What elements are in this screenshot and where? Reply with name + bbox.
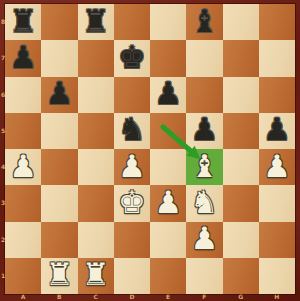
file-label-d: D (127, 294, 137, 300)
square-b5[interactable] (41, 113, 77, 149)
file-label-b: B (54, 294, 64, 300)
square-c8[interactable]: ♜ (78, 4, 114, 40)
square-g5[interactable] (223, 113, 259, 149)
square-c3[interactable] (78, 185, 114, 221)
square-b3[interactable] (41, 185, 77, 221)
square-h7[interactable] (259, 40, 295, 76)
square-e2[interactable] (150, 222, 186, 258)
square-b6[interactable]: ♟ (41, 77, 77, 113)
square-d3[interactable]: ♚ (114, 185, 150, 221)
square-a6[interactable] (5, 77, 41, 113)
rank-label-3: 3 (1, 200, 5, 206)
white-pawn-a4[interactable]: ♟ (9, 151, 37, 182)
square-d5[interactable]: ♞ (114, 113, 150, 149)
square-a2[interactable] (5, 222, 41, 258)
square-a5[interactable] (5, 113, 41, 149)
square-f4[interactable]: ♝ (186, 149, 222, 185)
square-f8[interactable]: ♝ (186, 4, 222, 40)
square-g1[interactable] (223, 258, 259, 294)
square-c6[interactable] (78, 77, 114, 113)
white-rook-c1[interactable]: ♜ (82, 259, 110, 290)
square-f6[interactable] (186, 77, 222, 113)
square-b2[interactable] (41, 222, 77, 258)
square-a4[interactable]: ♟ (5, 149, 41, 185)
square-d1[interactable] (114, 258, 150, 294)
file-label-f: F (199, 294, 209, 300)
white-rook-b1[interactable]: ♜ (45, 259, 73, 290)
black-pawn-h5[interactable]: ♟ (263, 114, 291, 145)
file-label-a: A (18, 294, 28, 300)
square-g4[interactable] (223, 149, 259, 185)
square-c4[interactable] (78, 149, 114, 185)
rank-label-5: 5 (1, 128, 5, 134)
square-b1[interactable]: ♜ (41, 258, 77, 294)
square-d8[interactable] (114, 4, 150, 40)
square-e7[interactable] (150, 40, 186, 76)
square-e4[interactable] (150, 149, 186, 185)
black-knight-d5[interactable]: ♞ (118, 114, 146, 145)
square-f3[interactable]: ♞ (186, 185, 222, 221)
rank-label-4: 4 (1, 164, 5, 170)
square-e1[interactable] (150, 258, 186, 294)
square-g6[interactable] (223, 77, 259, 113)
white-pawn-h4[interactable]: ♟ (263, 151, 291, 182)
square-d7[interactable]: ♚ (114, 40, 150, 76)
square-d2[interactable] (114, 222, 150, 258)
square-c2[interactable] (78, 222, 114, 258)
white-king-d3[interactable]: ♚ (118, 187, 146, 218)
square-d4[interactable]: ♟ (114, 149, 150, 185)
square-g8[interactable] (223, 4, 259, 40)
square-h2[interactable] (259, 222, 295, 258)
white-pawn-d4[interactable]: ♟ (118, 151, 146, 182)
white-pawn-e3[interactable]: ♟ (154, 187, 182, 218)
square-e8[interactable] (150, 4, 186, 40)
square-b7[interactable] (41, 40, 77, 76)
square-f7[interactable] (186, 40, 222, 76)
square-a7[interactable]: ♟ (5, 40, 41, 76)
square-b8[interactable] (41, 4, 77, 40)
white-knight-f3[interactable]: ♞ (190, 187, 218, 218)
square-f5[interactable]: ♟ (186, 113, 222, 149)
white-pawn-f2[interactable]: ♟ (190, 223, 218, 254)
black-pawn-a7[interactable]: ♟ (9, 42, 37, 73)
black-king-d7[interactable]: ♚ (118, 42, 146, 73)
file-label-e: E (163, 294, 173, 300)
white-bishop-f4[interactable]: ♝ (190, 151, 218, 182)
square-c5[interactable] (78, 113, 114, 149)
square-h1[interactable] (259, 258, 295, 294)
square-c1[interactable]: ♜ (78, 258, 114, 294)
square-d6[interactable] (114, 77, 150, 113)
file-label-g: G (236, 294, 246, 300)
square-g2[interactable] (223, 222, 259, 258)
square-a1[interactable] (5, 258, 41, 294)
file-label-h: H (272, 294, 282, 300)
rank-label-8: 8 (1, 19, 5, 25)
black-bishop-f8[interactable]: ♝ (190, 6, 218, 37)
square-c7[interactable] (78, 40, 114, 76)
chess-board-frame: ♜♜♝♟♚♟♟♞♟♟♟♟♝♟♚♟♞♟♜♜ 87654321ABCDEFGH (0, 0, 300, 301)
black-pawn-b6[interactable]: ♟ (45, 78, 73, 109)
square-g7[interactable] (223, 40, 259, 76)
square-h6[interactable] (259, 77, 295, 113)
square-h4[interactable]: ♟ (259, 149, 295, 185)
chess-board[interactable]: ♜♜♝♟♚♟♟♞♟♟♟♟♝♟♚♟♞♟♜♜ (5, 4, 295, 294)
square-h3[interactable] (259, 185, 295, 221)
black-rook-a8[interactable]: ♜ (9, 6, 37, 37)
square-g3[interactable] (223, 185, 259, 221)
square-e5[interactable] (150, 113, 186, 149)
square-h5[interactable]: ♟ (259, 113, 295, 149)
square-b4[interactable] (41, 149, 77, 185)
rank-label-2: 2 (1, 237, 5, 243)
rank-label-1: 1 (1, 273, 5, 279)
file-label-c: C (91, 294, 101, 300)
square-a8[interactable]: ♜ (5, 4, 41, 40)
rank-label-7: 7 (1, 55, 5, 61)
square-e3[interactable]: ♟ (150, 185, 186, 221)
square-a3[interactable] (5, 185, 41, 221)
black-pawn-e6[interactable]: ♟ (154, 78, 182, 109)
black-pawn-f5[interactable]: ♟ (190, 114, 218, 145)
square-f2[interactable]: ♟ (186, 222, 222, 258)
rank-label-6: 6 (1, 92, 5, 98)
square-e6[interactable]: ♟ (150, 77, 186, 113)
black-rook-c8[interactable]: ♜ (82, 6, 110, 37)
square-h8[interactable] (259, 4, 295, 40)
square-f1[interactable] (186, 258, 222, 294)
